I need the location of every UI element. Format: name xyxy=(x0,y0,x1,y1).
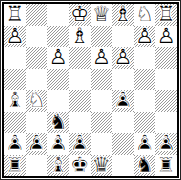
piece-black-king: ♚♔ xyxy=(69,155,91,177)
square-a5 xyxy=(155,90,177,112)
square-c1: ♝♗ xyxy=(112,4,134,26)
square-f4 xyxy=(47,69,69,91)
square-e7: ♟♙ xyxy=(69,133,91,155)
square-b6 xyxy=(134,112,156,134)
knight-outline: ♘ xyxy=(26,90,48,112)
square-h8: ♜♖ xyxy=(4,155,26,177)
square-a8: ♜♖ xyxy=(155,155,177,177)
piece-white-pawn: ♟♙ xyxy=(91,47,113,69)
square-d3: ♟♙ xyxy=(91,47,113,69)
pawn-outline: ♙ xyxy=(70,134,90,154)
square-d1: ♛♕ xyxy=(91,4,113,26)
square-h4 xyxy=(4,69,26,91)
queen-outline: ♕ xyxy=(91,4,113,26)
bishop-outline: ♗ xyxy=(5,91,25,111)
pawn-outline: ♙ xyxy=(134,134,154,154)
square-g4 xyxy=(26,69,48,91)
knight-outline: ♘ xyxy=(134,155,154,175)
piece-white-queen: ♛♕ xyxy=(91,4,113,26)
piece-black-pawn: ♟♙ xyxy=(26,133,48,155)
pawn-outline: ♙ xyxy=(112,47,134,69)
square-c2 xyxy=(112,26,134,48)
knight-outline: ♘ xyxy=(134,4,156,26)
square-c3: ♟♙ xyxy=(112,47,134,69)
bishop-outline: ♗ xyxy=(69,26,91,48)
square-d4 xyxy=(91,69,113,91)
pawn-outline: ♙ xyxy=(4,26,26,48)
square-e3 xyxy=(69,47,91,69)
square-f2 xyxy=(47,26,69,48)
piece-white-pawn: ♟♙ xyxy=(112,47,134,69)
square-b3 xyxy=(134,47,156,69)
square-b7: ♟♙ xyxy=(134,133,156,155)
piece-black-knight: ♞♘ xyxy=(134,155,156,177)
square-g2 xyxy=(26,26,48,48)
piece-black-pawn: ♟♙ xyxy=(155,133,177,155)
pawn-outline: ♙ xyxy=(113,91,133,111)
square-a1: ♜♖ xyxy=(155,4,177,26)
piece-black-rook: ♜♖ xyxy=(155,155,177,177)
square-a2: ♟♙ xyxy=(155,26,177,48)
rook-outline: ♖ xyxy=(156,155,176,175)
king-outline: ♔ xyxy=(69,4,91,26)
piece-black-knight: ♞♘ xyxy=(47,112,69,134)
queen-outline: ♕ xyxy=(91,155,111,175)
piece-white-pawn: ♟♙ xyxy=(47,47,69,69)
square-h3 xyxy=(4,47,26,69)
square-f1 xyxy=(47,4,69,26)
pawn-outline: ♙ xyxy=(155,26,177,48)
square-h1: ♜♖ xyxy=(4,4,26,26)
square-e5 xyxy=(69,90,91,112)
piece-white-knight: ♞♘ xyxy=(134,4,156,26)
square-g3 xyxy=(26,47,48,69)
square-g6 xyxy=(26,112,48,134)
square-a7: ♟♙ xyxy=(155,133,177,155)
piece-black-bishop: ♝♗ xyxy=(4,90,26,112)
chess-diagram: ♜♖♚♔♛♕♝♗♞♘♜♖♟♙♝♗♟♙♟♙♟♙♟♙♟♙♝♗♞♘♟♙♞♘♟♙♟♙♟♙… xyxy=(0,0,181,180)
square-f5 xyxy=(47,90,69,112)
bishop-outline: ♗ xyxy=(48,155,68,175)
piece-black-queen: ♛♕ xyxy=(91,155,113,177)
piece-white-pawn: ♟♙ xyxy=(4,26,26,48)
square-a4 xyxy=(155,69,177,91)
square-b2: ♟♙ xyxy=(134,26,156,48)
square-c4 xyxy=(112,69,134,91)
square-d5 xyxy=(91,90,113,112)
knight-outline: ♘ xyxy=(48,112,68,132)
pawn-outline: ♙ xyxy=(156,134,176,154)
rook-outline: ♖ xyxy=(5,155,25,175)
rook-outline: ♖ xyxy=(4,4,26,26)
square-h5: ♝♗ xyxy=(4,90,26,112)
square-h6 xyxy=(4,112,26,134)
square-g1 xyxy=(26,4,48,26)
square-f6: ♞♘ xyxy=(47,112,69,134)
king-outline: ♔ xyxy=(70,155,90,175)
piece-black-pawn: ♟♙ xyxy=(112,90,134,112)
square-e8: ♚♔ xyxy=(69,155,91,177)
square-b8: ♞♘ xyxy=(134,155,156,177)
square-f3: ♟♙ xyxy=(47,47,69,69)
pawn-outline: ♙ xyxy=(5,134,25,154)
square-e1: ♚♔ xyxy=(69,4,91,26)
square-h2: ♟♙ xyxy=(4,26,26,48)
square-e6 xyxy=(69,112,91,134)
piece-white-rook: ♜♖ xyxy=(155,4,177,26)
piece-white-bishop: ♝♗ xyxy=(69,26,91,48)
square-c6 xyxy=(112,112,134,134)
pawn-outline: ♙ xyxy=(26,134,46,154)
square-d2 xyxy=(91,26,113,48)
piece-white-pawn: ♟♙ xyxy=(155,26,177,48)
rook-outline: ♖ xyxy=(155,4,177,26)
piece-white-king: ♚♔ xyxy=(69,4,91,26)
square-f8: ♝♗ xyxy=(47,155,69,177)
square-c5: ♟♙ xyxy=(112,90,134,112)
piece-black-pawn: ♟♙ xyxy=(47,133,69,155)
square-d7 xyxy=(91,133,113,155)
square-b5 xyxy=(134,90,156,112)
square-e4 xyxy=(69,69,91,91)
piece-black-pawn: ♟♙ xyxy=(69,133,91,155)
pawn-outline: ♙ xyxy=(48,134,68,154)
square-a3 xyxy=(155,47,177,69)
square-g5: ♞♘ xyxy=(26,90,48,112)
square-b4 xyxy=(134,69,156,91)
piece-white-bishop: ♝♗ xyxy=(112,4,134,26)
piece-black-rook: ♜♖ xyxy=(4,155,26,177)
piece-black-pawn: ♟♙ xyxy=(4,133,26,155)
chess-board: ♜♖♚♔♛♕♝♗♞♘♜♖♟♙♝♗♟♙♟♙♟♙♟♙♟♙♝♗♞♘♟♙♞♘♟♙♟♙♟♙… xyxy=(4,4,177,176)
pawn-outline: ♙ xyxy=(47,47,69,69)
pawn-outline: ♙ xyxy=(91,47,113,69)
piece-black-pawn: ♟♙ xyxy=(134,133,156,155)
square-e2: ♝♗ xyxy=(69,26,91,48)
square-d6 xyxy=(91,112,113,134)
square-g8 xyxy=(26,155,48,177)
square-d8: ♛♕ xyxy=(91,155,113,177)
square-c8 xyxy=(112,155,134,177)
square-b1: ♞♘ xyxy=(134,4,156,26)
piece-white-pawn: ♟♙ xyxy=(134,26,156,48)
piece-white-rook: ♜♖ xyxy=(4,4,26,26)
bishop-outline: ♗ xyxy=(112,4,134,26)
square-f7: ♟♙ xyxy=(47,133,69,155)
square-h7: ♟♙ xyxy=(4,133,26,155)
square-g7: ♟♙ xyxy=(26,133,48,155)
piece-black-bishop: ♝♗ xyxy=(47,155,69,177)
piece-white-knight: ♞♘ xyxy=(26,90,48,112)
square-a6 xyxy=(155,112,177,134)
board-frame: ♜♖♚♔♛♕♝♗♞♘♜♖♟♙♝♗♟♙♟♙♟♙♟♙♟♙♝♗♞♘♟♙♞♘♟♙♟♙♟♙… xyxy=(2,2,179,178)
pawn-outline: ♙ xyxy=(134,26,156,48)
square-c7 xyxy=(112,133,134,155)
